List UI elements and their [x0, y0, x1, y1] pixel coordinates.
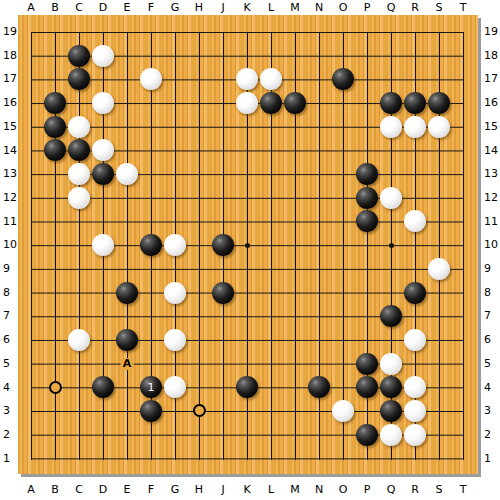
point-F19[interactable] — [139, 20, 163, 44]
point-L12[interactable] — [259, 186, 283, 210]
point-T5[interactable] — [451, 352, 475, 376]
point-J14[interactable] — [211, 139, 235, 163]
point-E14[interactable] — [115, 139, 139, 163]
point-S6[interactable] — [427, 328, 451, 352]
point-B1[interactable] — [43, 447, 67, 471]
point-K17[interactable] — [235, 68, 259, 92]
point-S7[interactable] — [427, 304, 451, 328]
point-C12[interactable] — [67, 186, 91, 210]
point-M2[interactable] — [283, 423, 307, 447]
point-A9[interactable] — [19, 257, 43, 281]
point-A10[interactable] — [19, 233, 43, 257]
point-F4[interactable]: 1 — [139, 375, 163, 399]
point-G9[interactable] — [163, 257, 187, 281]
point-N15[interactable] — [307, 115, 331, 139]
point-S18[interactable] — [427, 44, 451, 68]
point-S15[interactable] — [427, 115, 451, 139]
point-R17[interactable] — [403, 68, 427, 92]
point-R6[interactable] — [403, 328, 427, 352]
point-N19[interactable] — [307, 20, 331, 44]
point-P17[interactable] — [355, 68, 379, 92]
point-B5[interactable] — [43, 352, 67, 376]
point-G18[interactable] — [163, 44, 187, 68]
point-M6[interactable] — [283, 328, 307, 352]
point-Q15[interactable] — [379, 115, 403, 139]
point-N3[interactable] — [307, 399, 331, 423]
point-T12[interactable] — [451, 186, 475, 210]
point-C5[interactable] — [67, 352, 91, 376]
point-T7[interactable] — [451, 304, 475, 328]
point-D18[interactable] — [91, 44, 115, 68]
point-P2[interactable] — [355, 423, 379, 447]
point-R1[interactable] — [403, 447, 427, 471]
point-P11[interactable] — [355, 210, 379, 234]
point-M18[interactable] — [283, 44, 307, 68]
point-C19[interactable] — [67, 20, 91, 44]
point-M5[interactable] — [283, 352, 307, 376]
point-E12[interactable] — [115, 186, 139, 210]
point-R5[interactable] — [403, 352, 427, 376]
point-K3[interactable] — [235, 399, 259, 423]
point-K6[interactable] — [235, 328, 259, 352]
point-C9[interactable] — [67, 257, 91, 281]
point-S9[interactable] — [427, 257, 451, 281]
point-O2[interactable] — [331, 423, 355, 447]
point-N13[interactable] — [307, 162, 331, 186]
point-J9[interactable] — [211, 257, 235, 281]
point-A6[interactable] — [19, 328, 43, 352]
point-O1[interactable] — [331, 447, 355, 471]
point-T19[interactable] — [451, 20, 475, 44]
point-K16[interactable] — [235, 91, 259, 115]
point-L10[interactable] — [259, 233, 283, 257]
point-G11[interactable] — [163, 210, 187, 234]
point-J4[interactable] — [211, 375, 235, 399]
point-N6[interactable] — [307, 328, 331, 352]
point-K2[interactable] — [235, 423, 259, 447]
point-E18[interactable] — [115, 44, 139, 68]
point-L2[interactable] — [259, 423, 283, 447]
point-L9[interactable] — [259, 257, 283, 281]
point-T11[interactable] — [451, 210, 475, 234]
point-R19[interactable] — [403, 20, 427, 44]
point-Q11[interactable] — [379, 210, 403, 234]
point-G2[interactable] — [163, 423, 187, 447]
point-J19[interactable] — [211, 20, 235, 44]
point-E19[interactable] — [115, 20, 139, 44]
point-P4[interactable] — [355, 375, 379, 399]
point-K19[interactable] — [235, 20, 259, 44]
point-S8[interactable] — [427, 281, 451, 305]
point-J5[interactable] — [211, 352, 235, 376]
point-K8[interactable] — [235, 281, 259, 305]
point-A15[interactable] — [19, 115, 43, 139]
point-H7[interactable] — [187, 304, 211, 328]
point-Q19[interactable] — [379, 20, 403, 44]
point-G13[interactable] — [163, 162, 187, 186]
point-E6[interactable] — [115, 328, 139, 352]
point-B6[interactable] — [43, 328, 67, 352]
point-M16[interactable] — [283, 91, 307, 115]
point-C10[interactable] — [67, 233, 91, 257]
point-L1[interactable] — [259, 447, 283, 471]
point-F6[interactable] — [139, 328, 163, 352]
point-C11[interactable] — [67, 210, 91, 234]
point-G14[interactable] — [163, 139, 187, 163]
point-G1[interactable] — [163, 447, 187, 471]
point-N5[interactable] — [307, 352, 331, 376]
point-M11[interactable] — [283, 210, 307, 234]
point-P9[interactable] — [355, 257, 379, 281]
point-D6[interactable] — [91, 328, 115, 352]
point-S11[interactable] — [427, 210, 451, 234]
point-S2[interactable] — [427, 423, 451, 447]
point-J1[interactable] — [211, 447, 235, 471]
point-E15[interactable] — [115, 115, 139, 139]
point-P7[interactable] — [355, 304, 379, 328]
point-J17[interactable] — [211, 68, 235, 92]
point-T14[interactable] — [451, 139, 475, 163]
point-Q8[interactable] — [379, 281, 403, 305]
point-E1[interactable] — [115, 447, 139, 471]
point-D11[interactable] — [91, 210, 115, 234]
point-D14[interactable] — [91, 139, 115, 163]
point-N9[interactable] — [307, 257, 331, 281]
point-P6[interactable] — [355, 328, 379, 352]
point-M4[interactable] — [283, 375, 307, 399]
point-Q14[interactable] — [379, 139, 403, 163]
point-F15[interactable] — [139, 115, 163, 139]
point-A2[interactable] — [19, 423, 43, 447]
point-A4[interactable] — [19, 375, 43, 399]
point-T10[interactable] — [451, 233, 475, 257]
point-O10[interactable] — [331, 233, 355, 257]
point-Q2[interactable] — [379, 423, 403, 447]
point-N17[interactable] — [307, 68, 331, 92]
point-T2[interactable] — [451, 423, 475, 447]
point-T3[interactable] — [451, 399, 475, 423]
point-A16[interactable] — [19, 91, 43, 115]
point-K5[interactable] — [235, 352, 259, 376]
point-G19[interactable] — [163, 20, 187, 44]
point-R14[interactable] — [403, 139, 427, 163]
point-G17[interactable] — [163, 68, 187, 92]
point-L6[interactable] — [259, 328, 283, 352]
point-D12[interactable] — [91, 186, 115, 210]
point-H17[interactable] — [187, 68, 211, 92]
point-A17[interactable] — [19, 68, 43, 92]
point-K7[interactable] — [235, 304, 259, 328]
point-R12[interactable] — [403, 186, 427, 210]
point-G15[interactable] — [163, 115, 187, 139]
point-E17[interactable] — [115, 68, 139, 92]
point-D9[interactable] — [91, 257, 115, 281]
point-E10[interactable] — [115, 233, 139, 257]
point-E2[interactable] — [115, 423, 139, 447]
point-P15[interactable] — [355, 115, 379, 139]
point-H19[interactable] — [187, 20, 211, 44]
point-D13[interactable] — [91, 162, 115, 186]
point-R13[interactable] — [403, 162, 427, 186]
point-L7[interactable] — [259, 304, 283, 328]
point-O12[interactable] — [331, 186, 355, 210]
point-K1[interactable] — [235, 447, 259, 471]
point-S17[interactable] — [427, 68, 451, 92]
point-H1[interactable] — [187, 447, 211, 471]
point-O7[interactable] — [331, 304, 355, 328]
point-M8[interactable] — [283, 281, 307, 305]
point-B19[interactable] — [43, 20, 67, 44]
point-T17[interactable] — [451, 68, 475, 92]
point-Q4[interactable] — [379, 375, 403, 399]
point-R15[interactable] — [403, 115, 427, 139]
point-E13[interactable] — [115, 162, 139, 186]
point-O17[interactable] — [331, 68, 355, 92]
point-L4[interactable] — [259, 375, 283, 399]
point-R2[interactable] — [403, 423, 427, 447]
point-E9[interactable] — [115, 257, 139, 281]
point-K4[interactable] — [235, 375, 259, 399]
point-R16[interactable] — [403, 91, 427, 115]
point-J16[interactable] — [211, 91, 235, 115]
point-Q7[interactable] — [379, 304, 403, 328]
point-P18[interactable] — [355, 44, 379, 68]
point-D16[interactable] — [91, 91, 115, 115]
point-O6[interactable] — [331, 328, 355, 352]
point-A11[interactable] — [19, 210, 43, 234]
point-Q16[interactable] — [379, 91, 403, 115]
point-F8[interactable] — [139, 281, 163, 305]
point-O14[interactable] — [331, 139, 355, 163]
point-T9[interactable] — [451, 257, 475, 281]
point-H18[interactable] — [187, 44, 211, 68]
point-B15[interactable] — [43, 115, 67, 139]
point-C7[interactable] — [67, 304, 91, 328]
point-R7[interactable] — [403, 304, 427, 328]
point-A7[interactable] — [19, 304, 43, 328]
point-K10[interactable] — [235, 233, 259, 257]
point-B16[interactable] — [43, 91, 67, 115]
point-S14[interactable] — [427, 139, 451, 163]
point-T13[interactable] — [451, 162, 475, 186]
point-N7[interactable] — [307, 304, 331, 328]
point-J3[interactable] — [211, 399, 235, 423]
point-G7[interactable] — [163, 304, 187, 328]
point-R11[interactable] — [403, 210, 427, 234]
point-R18[interactable] — [403, 44, 427, 68]
point-S12[interactable] — [427, 186, 451, 210]
point-G5[interactable] — [163, 352, 187, 376]
point-F11[interactable] — [139, 210, 163, 234]
point-K11[interactable] — [235, 210, 259, 234]
point-H4[interactable] — [187, 375, 211, 399]
point-N2[interactable] — [307, 423, 331, 447]
point-T16[interactable] — [451, 91, 475, 115]
point-M15[interactable] — [283, 115, 307, 139]
point-T18[interactable] — [451, 44, 475, 68]
point-E11[interactable] — [115, 210, 139, 234]
point-G12[interactable] — [163, 186, 187, 210]
point-B9[interactable] — [43, 257, 67, 281]
point-D17[interactable] — [91, 68, 115, 92]
point-H3[interactable] — [187, 399, 211, 423]
point-O11[interactable] — [331, 210, 355, 234]
point-L19[interactable] — [259, 20, 283, 44]
point-D15[interactable] — [91, 115, 115, 139]
point-Q1[interactable] — [379, 447, 403, 471]
point-R3[interactable] — [403, 399, 427, 423]
point-L5[interactable] — [259, 352, 283, 376]
point-D19[interactable] — [91, 20, 115, 44]
point-L13[interactable] — [259, 162, 283, 186]
point-C17[interactable] — [67, 68, 91, 92]
point-J2[interactable] — [211, 423, 235, 447]
point-M12[interactable] — [283, 186, 307, 210]
point-A1[interactable] — [19, 447, 43, 471]
point-F1[interactable] — [139, 447, 163, 471]
point-C15[interactable] — [67, 115, 91, 139]
point-H15[interactable] — [187, 115, 211, 139]
point-H9[interactable] — [187, 257, 211, 281]
point-K15[interactable] — [235, 115, 259, 139]
point-B11[interactable] — [43, 210, 67, 234]
point-F17[interactable] — [139, 68, 163, 92]
point-L8[interactable] — [259, 281, 283, 305]
point-E4[interactable] — [115, 375, 139, 399]
point-D5[interactable] — [91, 352, 115, 376]
point-H6[interactable] — [187, 328, 211, 352]
point-Q9[interactable] — [379, 257, 403, 281]
point-R10[interactable] — [403, 233, 427, 257]
point-B12[interactable] — [43, 186, 67, 210]
point-O4[interactable] — [331, 375, 355, 399]
point-O15[interactable] — [331, 115, 355, 139]
point-E5[interactable]: A — [115, 352, 139, 376]
point-F5[interactable] — [139, 352, 163, 376]
point-M19[interactable] — [283, 20, 307, 44]
point-H11[interactable] — [187, 210, 211, 234]
point-T4[interactable] — [451, 375, 475, 399]
point-S19[interactable] — [427, 20, 451, 44]
point-J18[interactable] — [211, 44, 235, 68]
point-M7[interactable] — [283, 304, 307, 328]
point-P14[interactable] — [355, 139, 379, 163]
point-C3[interactable] — [67, 399, 91, 423]
point-F18[interactable] — [139, 44, 163, 68]
point-P16[interactable] — [355, 91, 379, 115]
point-O5[interactable] — [331, 352, 355, 376]
point-L3[interactable] — [259, 399, 283, 423]
point-F9[interactable] — [139, 257, 163, 281]
point-B4[interactable] — [43, 375, 67, 399]
point-D4[interactable] — [91, 375, 115, 399]
point-G3[interactable] — [163, 399, 187, 423]
point-B13[interactable] — [43, 162, 67, 186]
point-N14[interactable] — [307, 139, 331, 163]
point-F16[interactable] — [139, 91, 163, 115]
point-O3[interactable] — [331, 399, 355, 423]
point-N1[interactable] — [307, 447, 331, 471]
point-C18[interactable] — [67, 44, 91, 68]
point-N4[interactable] — [307, 375, 331, 399]
point-P3[interactable] — [355, 399, 379, 423]
point-P5[interactable] — [355, 352, 379, 376]
point-M9[interactable] — [283, 257, 307, 281]
point-L17[interactable] — [259, 68, 283, 92]
point-G16[interactable] — [163, 91, 187, 115]
point-J15[interactable] — [211, 115, 235, 139]
point-E16[interactable] — [115, 91, 139, 115]
point-J11[interactable] — [211, 210, 235, 234]
point-F12[interactable] — [139, 186, 163, 210]
point-J10[interactable] — [211, 233, 235, 257]
point-A5[interactable] — [19, 352, 43, 376]
point-C16[interactable] — [67, 91, 91, 115]
point-J12[interactable] — [211, 186, 235, 210]
point-L15[interactable] — [259, 115, 283, 139]
point-N8[interactable] — [307, 281, 331, 305]
point-D1[interactable] — [91, 447, 115, 471]
point-E7[interactable] — [115, 304, 139, 328]
point-M1[interactable] — [283, 447, 307, 471]
point-J6[interactable] — [211, 328, 235, 352]
point-C8[interactable] — [67, 281, 91, 305]
point-G10[interactable] — [163, 233, 187, 257]
point-H12[interactable] — [187, 186, 211, 210]
point-C1[interactable] — [67, 447, 91, 471]
point-N18[interactable] — [307, 44, 331, 68]
point-P8[interactable] — [355, 281, 379, 305]
point-O16[interactable] — [331, 91, 355, 115]
point-H5[interactable] — [187, 352, 211, 376]
point-P1[interactable] — [355, 447, 379, 471]
point-L18[interactable] — [259, 44, 283, 68]
point-C13[interactable] — [67, 162, 91, 186]
point-S1[interactable] — [427, 447, 451, 471]
point-P12[interactable] — [355, 186, 379, 210]
point-S10[interactable] — [427, 233, 451, 257]
point-T15[interactable] — [451, 115, 475, 139]
point-F3[interactable] — [139, 399, 163, 423]
point-R9[interactable] — [403, 257, 427, 281]
point-C4[interactable] — [67, 375, 91, 399]
point-M14[interactable] — [283, 139, 307, 163]
point-G4[interactable] — [163, 375, 187, 399]
point-M13[interactable] — [283, 162, 307, 186]
point-S4[interactable] — [427, 375, 451, 399]
point-K9[interactable] — [235, 257, 259, 281]
point-M3[interactable] — [283, 399, 307, 423]
point-B14[interactable] — [43, 139, 67, 163]
point-E3[interactable] — [115, 399, 139, 423]
point-Q18[interactable] — [379, 44, 403, 68]
point-P19[interactable] — [355, 20, 379, 44]
point-C14[interactable] — [67, 139, 91, 163]
point-K18[interactable] — [235, 44, 259, 68]
point-L16[interactable] — [259, 91, 283, 115]
point-H2[interactable] — [187, 423, 211, 447]
point-D2[interactable] — [91, 423, 115, 447]
point-K13[interactable] — [235, 162, 259, 186]
point-N16[interactable] — [307, 91, 331, 115]
point-C6[interactable] — [67, 328, 91, 352]
point-F2[interactable] — [139, 423, 163, 447]
point-Q5[interactable] — [379, 352, 403, 376]
point-A18[interactable] — [19, 44, 43, 68]
point-D10[interactable] — [91, 233, 115, 257]
point-O8[interactable] — [331, 281, 355, 305]
point-Q12[interactable] — [379, 186, 403, 210]
